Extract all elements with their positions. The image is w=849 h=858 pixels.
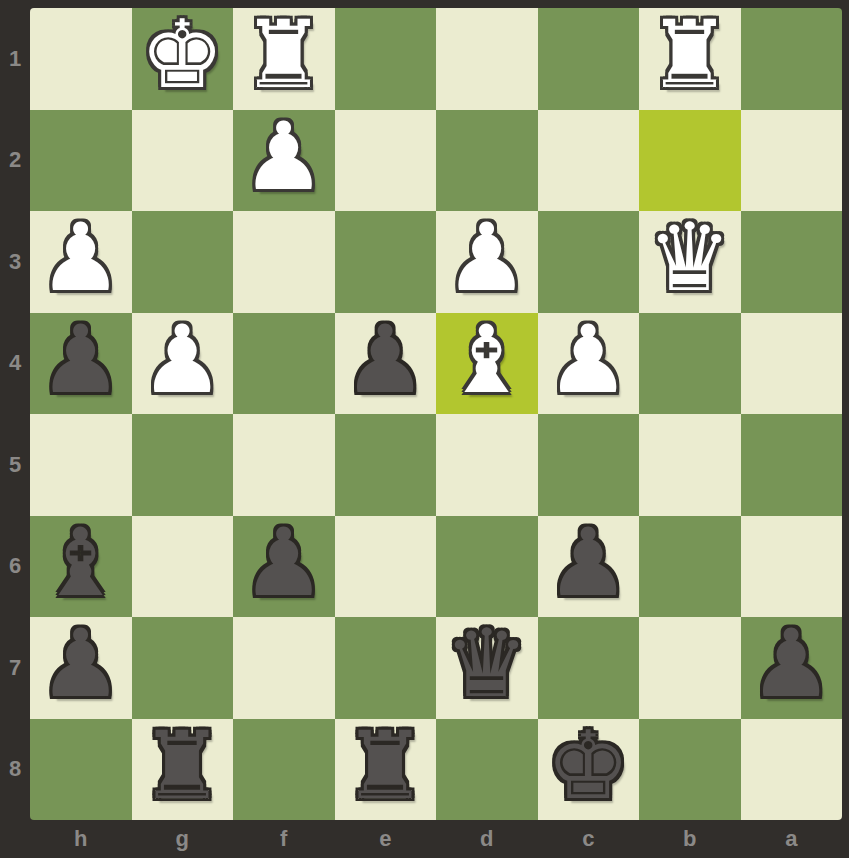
square-f3[interactable] xyxy=(233,211,335,313)
square-h5[interactable] xyxy=(30,414,132,516)
square-g4[interactable]: ♟ xyxy=(132,313,234,415)
black-pawn[interactable]: ♟ xyxy=(749,613,833,715)
square-e1[interactable] xyxy=(335,8,437,110)
black-rook[interactable]: ♜ xyxy=(140,715,224,817)
square-b6[interactable] xyxy=(639,516,741,618)
square-d4[interactable]: ♝ xyxy=(436,313,538,415)
square-d1[interactable] xyxy=(436,8,538,110)
square-e5[interactable] xyxy=(335,414,437,516)
square-a4[interactable] xyxy=(741,313,843,415)
square-f1[interactable]: ♜ xyxy=(233,8,335,110)
square-b3[interactable]: ♛ xyxy=(639,211,741,313)
square-c1[interactable] xyxy=(538,8,640,110)
square-g5[interactable] xyxy=(132,414,234,516)
file-label-c: c xyxy=(538,820,640,858)
file-label-b: b xyxy=(639,820,741,858)
square-b1[interactable]: ♜ xyxy=(639,8,741,110)
file-label-g: g xyxy=(132,820,234,858)
square-f8[interactable] xyxy=(233,719,335,821)
square-d2[interactable] xyxy=(436,110,538,212)
file-label-a: a xyxy=(741,820,843,858)
square-f7[interactable] xyxy=(233,617,335,719)
rank-label-4: 4 xyxy=(0,313,30,415)
square-g2[interactable] xyxy=(132,110,234,212)
square-h8[interactable] xyxy=(30,719,132,821)
black-pawn[interactable]: ♟ xyxy=(39,309,123,411)
square-d3[interactable]: ♟ xyxy=(436,211,538,313)
square-c2[interactable] xyxy=(538,110,640,212)
square-a2[interactable] xyxy=(741,110,843,212)
square-c4[interactable]: ♟ xyxy=(538,313,640,415)
white-pawn[interactable]: ♟ xyxy=(242,106,326,208)
square-e2[interactable] xyxy=(335,110,437,212)
square-f2[interactable]: ♟ xyxy=(233,110,335,212)
black-pawn[interactable]: ♟ xyxy=(39,613,123,715)
square-h3[interactable]: ♟ xyxy=(30,211,132,313)
black-queen[interactable]: ♛ xyxy=(445,613,529,715)
square-g8[interactable]: ♜ xyxy=(132,719,234,821)
file-label-e: e xyxy=(335,820,437,858)
rank-label-6: 6 xyxy=(0,516,30,618)
file-label-h: h xyxy=(30,820,132,858)
square-b4[interactable] xyxy=(639,313,741,415)
square-c3[interactable] xyxy=(538,211,640,313)
square-b5[interactable] xyxy=(639,414,741,516)
square-a3[interactable] xyxy=(741,211,843,313)
square-e7[interactable] xyxy=(335,617,437,719)
rank-labels: 12345678 xyxy=(0,8,30,820)
white-queen[interactable]: ♛ xyxy=(648,207,732,309)
rank-label-8: 8 xyxy=(0,719,30,821)
black-pawn[interactable]: ♟ xyxy=(242,512,326,614)
rank-label-7: 7 xyxy=(0,617,30,719)
square-h7[interactable]: ♟ xyxy=(30,617,132,719)
file-label-d: d xyxy=(436,820,538,858)
file-label-f: f xyxy=(233,820,335,858)
square-c5[interactable] xyxy=(538,414,640,516)
square-f4[interactable] xyxy=(233,313,335,415)
square-c7[interactable] xyxy=(538,617,640,719)
square-h1[interactable] xyxy=(30,8,132,110)
square-e3[interactable] xyxy=(335,211,437,313)
black-rook[interactable]: ♜ xyxy=(343,715,427,817)
rank-label-3: 3 xyxy=(0,211,30,313)
white-king[interactable]: ♚ xyxy=(140,8,224,106)
square-c8[interactable]: ♚ xyxy=(538,719,640,821)
square-g6[interactable] xyxy=(132,516,234,618)
square-b8[interactable] xyxy=(639,719,741,821)
white-pawn[interactable]: ♟ xyxy=(39,207,123,309)
square-h6[interactable]: ♝ xyxy=(30,516,132,618)
black-king[interactable]: ♚ xyxy=(546,715,630,817)
square-g1[interactable]: ♚ xyxy=(132,8,234,110)
rank-label-1: 1 xyxy=(0,8,30,110)
square-d5[interactable] xyxy=(436,414,538,516)
square-f6[interactable]: ♟ xyxy=(233,516,335,618)
file-labels: hgfedcba xyxy=(30,820,842,858)
square-d6[interactable] xyxy=(436,516,538,618)
rank-label-5: 5 xyxy=(0,414,30,516)
square-a6[interactable] xyxy=(741,516,843,618)
square-g7[interactable] xyxy=(132,617,234,719)
square-d8[interactable] xyxy=(436,719,538,821)
square-h4[interactable]: ♟ xyxy=(30,313,132,415)
square-g3[interactable] xyxy=(132,211,234,313)
white-rook[interactable]: ♜ xyxy=(648,8,732,106)
square-a8[interactable] xyxy=(741,719,843,821)
square-d7[interactable]: ♛ xyxy=(436,617,538,719)
square-a7[interactable]: ♟ xyxy=(741,617,843,719)
square-e6[interactable] xyxy=(335,516,437,618)
white-rook[interactable]: ♜ xyxy=(242,8,326,106)
white-pawn[interactable]: ♟ xyxy=(546,309,630,411)
black-bishop[interactable]: ♝ xyxy=(39,512,123,614)
square-a1[interactable] xyxy=(741,8,843,110)
rank-label-2: 2 xyxy=(0,110,30,212)
white-bishop[interactable]: ♝ xyxy=(445,309,529,411)
square-b7[interactable] xyxy=(639,617,741,719)
white-pawn[interactable]: ♟ xyxy=(140,309,224,411)
square-b2[interactable] xyxy=(639,110,741,212)
square-a5[interactable] xyxy=(741,414,843,516)
square-h2[interactable] xyxy=(30,110,132,212)
square-e8[interactable]: ♜ xyxy=(335,719,437,821)
black-pawn[interactable]: ♟ xyxy=(343,309,427,411)
square-c6[interactable]: ♟ xyxy=(538,516,640,618)
square-e4[interactable]: ♟ xyxy=(335,313,437,415)
square-f5[interactable] xyxy=(233,414,335,516)
black-pawn[interactable]: ♟ xyxy=(546,512,630,614)
chess-board: ♚♜♜♟♟♟♛♟♟♟♝♟♝♟♟♟♛♟♜♜♚ xyxy=(30,8,842,820)
white-pawn[interactable]: ♟ xyxy=(445,207,529,309)
